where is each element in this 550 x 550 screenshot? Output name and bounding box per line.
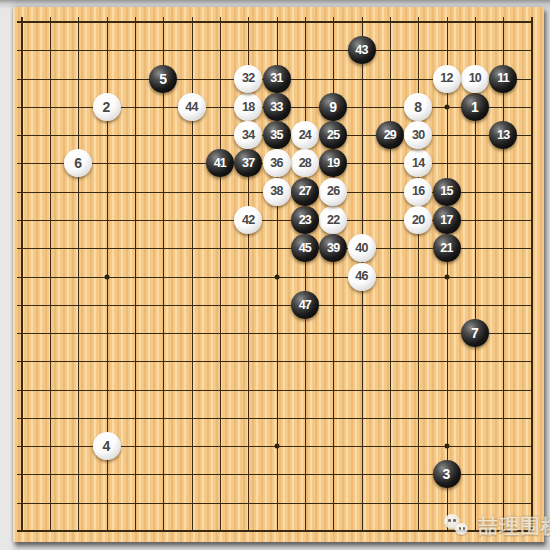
move-number: 43 xyxy=(355,44,367,57)
move-number: 1 xyxy=(471,100,479,114)
move-number: 30 xyxy=(412,129,424,142)
move-number: 15 xyxy=(440,185,452,198)
stone-white-6: 6 xyxy=(64,149,92,177)
stone-white-44: 44 xyxy=(178,93,206,121)
move-number: 14 xyxy=(412,157,424,170)
grid-line-vertical xyxy=(503,17,504,531)
move-number: 47 xyxy=(299,299,311,312)
move-number: 35 xyxy=(270,129,282,142)
screenshot-root: 1234567891011121314151617181920212223242… xyxy=(0,0,550,550)
stone-black-11: 11 xyxy=(489,65,517,93)
stone-black-45: 45 xyxy=(291,234,319,262)
stone-black-27: 27 xyxy=(291,178,319,206)
move-number: 29 xyxy=(384,129,396,142)
stone-black-19: 19 xyxy=(319,149,347,177)
move-number: 16 xyxy=(412,185,424,198)
stone-black-41: 41 xyxy=(206,149,234,177)
stone-white-8: 8 xyxy=(404,93,432,121)
stone-black-3: 3 xyxy=(433,460,461,488)
move-number: 21 xyxy=(440,242,452,255)
stone-black-21: 21 xyxy=(433,234,461,262)
stone-white-20: 20 xyxy=(404,206,432,234)
move-number: 12 xyxy=(440,72,452,85)
stone-white-26: 26 xyxy=(319,178,347,206)
move-number: 25 xyxy=(327,129,339,142)
star-point xyxy=(444,444,449,449)
stone-black-37: 37 xyxy=(234,149,262,177)
watermark-text: 喆理围棋 xyxy=(478,513,550,540)
move-number: 38 xyxy=(270,185,282,198)
move-number: 2 xyxy=(103,100,111,114)
move-number: 23 xyxy=(299,214,311,227)
stone-black-43: 43 xyxy=(348,36,376,64)
stone-black-39: 39 xyxy=(319,234,347,262)
move-number: 8 xyxy=(414,100,422,114)
stone-white-12: 12 xyxy=(433,65,461,93)
stone-white-18: 18 xyxy=(234,93,262,121)
grid-line-vertical xyxy=(78,17,79,531)
wechat-icon xyxy=(443,512,471,540)
stone-white-32: 32 xyxy=(234,65,262,93)
move-number: 6 xyxy=(74,156,82,170)
stone-black-29: 29 xyxy=(376,121,404,149)
move-number: 9 xyxy=(329,100,337,114)
stone-white-2: 2 xyxy=(93,93,121,121)
grid-line-vertical xyxy=(305,17,306,531)
stone-black-35: 35 xyxy=(263,121,291,149)
stone-white-10: 10 xyxy=(461,65,489,93)
move-number: 7 xyxy=(471,326,479,340)
move-number: 22 xyxy=(327,214,339,227)
grid-line-vertical xyxy=(50,17,51,531)
stone-white-16: 16 xyxy=(404,178,432,206)
move-number: 41 xyxy=(214,157,226,170)
grid-line-vertical xyxy=(21,17,23,531)
move-number: 27 xyxy=(299,185,311,198)
stone-white-4: 4 xyxy=(93,432,121,460)
stone-white-34: 34 xyxy=(234,121,262,149)
grid-line-vertical xyxy=(531,17,533,531)
move-number: 32 xyxy=(242,72,254,85)
watermark: 喆理围棋 xyxy=(443,510,550,542)
move-number: 4 xyxy=(103,439,111,453)
stone-white-42: 42 xyxy=(234,206,262,234)
move-number: 40 xyxy=(355,242,367,255)
stone-white-40: 40 xyxy=(348,234,376,262)
move-number: 45 xyxy=(299,242,311,255)
move-number: 5 xyxy=(159,72,167,86)
move-number: 31 xyxy=(270,72,282,85)
grid-line-horizontal xyxy=(17,361,532,362)
grid-line-vertical xyxy=(220,17,221,531)
move-number: 20 xyxy=(412,214,424,227)
move-number: 13 xyxy=(497,129,509,142)
star-point xyxy=(104,274,109,279)
move-number: 42 xyxy=(242,214,254,227)
move-number: 24 xyxy=(299,129,311,142)
stone-white-22: 22 xyxy=(319,206,347,234)
stone-white-30: 30 xyxy=(404,121,432,149)
grid-line-horizontal xyxy=(17,503,532,504)
move-number: 28 xyxy=(299,157,311,170)
grid-line-horizontal xyxy=(17,333,532,334)
grid-line-horizontal xyxy=(17,305,532,306)
stone-black-7: 7 xyxy=(461,319,489,347)
stone-black-47: 47 xyxy=(291,291,319,319)
move-number: 36 xyxy=(270,157,282,170)
grid-line-vertical xyxy=(163,17,164,531)
stone-white-38: 38 xyxy=(263,178,291,206)
move-number: 39 xyxy=(327,242,339,255)
stone-white-46: 46 xyxy=(348,263,376,291)
stone-black-25: 25 xyxy=(319,121,347,149)
stone-white-36: 36 xyxy=(263,149,291,177)
board-grid: 1234567891011121314151617181920212223242… xyxy=(22,22,532,531)
grid-line-horizontal xyxy=(17,418,532,419)
move-number: 37 xyxy=(242,157,254,170)
move-number: 17 xyxy=(440,214,452,227)
stone-black-33: 33 xyxy=(263,93,291,121)
move-number: 10 xyxy=(469,72,481,85)
stone-black-23: 23 xyxy=(291,206,319,234)
stone-white-28: 28 xyxy=(291,149,319,177)
stone-white-24: 24 xyxy=(291,121,319,149)
move-number: 33 xyxy=(270,101,282,114)
stone-white-14: 14 xyxy=(404,149,432,177)
stone-black-5: 5 xyxy=(149,65,177,93)
grid-line-horizontal xyxy=(17,21,532,23)
move-number: 46 xyxy=(355,270,367,283)
grid-line-vertical xyxy=(135,17,136,531)
grid-line-horizontal xyxy=(17,390,532,391)
move-number: 3 xyxy=(443,467,451,481)
move-number: 18 xyxy=(242,101,254,114)
move-number: 44 xyxy=(185,101,197,114)
wechat-bubble-small xyxy=(455,523,468,535)
stone-black-17: 17 xyxy=(433,206,461,234)
stone-black-9: 9 xyxy=(319,93,347,121)
stone-black-13: 13 xyxy=(489,121,517,149)
star-point xyxy=(274,274,279,279)
stone-black-15: 15 xyxy=(433,178,461,206)
stone-black-1: 1 xyxy=(461,93,489,121)
move-number: 11 xyxy=(497,72,509,85)
stone-black-31: 31 xyxy=(263,65,291,93)
go-board: 1234567891011121314151617181920212223242… xyxy=(13,7,544,542)
star-point xyxy=(444,274,449,279)
move-number: 26 xyxy=(327,185,339,198)
star-point xyxy=(444,104,449,109)
star-point xyxy=(274,444,279,449)
grid-line-horizontal xyxy=(17,50,532,51)
grid-line-vertical xyxy=(390,17,391,531)
move-number: 19 xyxy=(327,157,339,170)
move-number: 34 xyxy=(242,129,254,142)
